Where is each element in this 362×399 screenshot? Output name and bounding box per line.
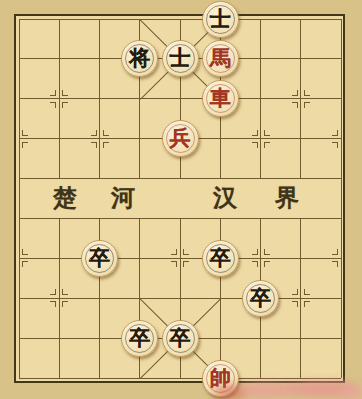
red-soldier-piece[interactable]: 兵: [162, 120, 199, 157]
xiangqi-board[interactable]: 楚 河 汉 界 士将士馬車兵卒卒卒卒卒帥: [0, 0, 362, 399]
red-general-piece[interactable]: 帥: [202, 360, 239, 397]
black-soldier-piece[interactable]: 卒: [121, 320, 158, 357]
black-advisor-piece[interactable]: 士: [202, 1, 239, 38]
black-soldier-piece[interactable]: 卒: [162, 320, 199, 357]
piece-glyph: 将: [129, 48, 150, 69]
black-advisor-piece[interactable]: 士: [162, 40, 199, 77]
black-soldier-piece[interactable]: 卒: [242, 280, 279, 317]
piece-glyph: 卒: [250, 288, 271, 309]
black-soldier-piece[interactable]: 卒: [202, 240, 239, 277]
piece-glyph: 兵: [170, 128, 191, 149]
piece-glyph: 卒: [89, 248, 110, 269]
piece-glyph: 士: [170, 48, 191, 69]
black-general-piece[interactable]: 将: [121, 40, 158, 77]
piece-glyph: 帥: [210, 368, 231, 389]
piece-glyph: 車: [210, 88, 231, 109]
piece-glyph: 馬: [210, 48, 231, 69]
piece-glyph: 士: [210, 9, 231, 30]
black-soldier-piece[interactable]: 卒: [81, 240, 118, 277]
red-horse-piece[interactable]: 馬: [202, 40, 239, 77]
red-chariot-piece[interactable]: 車: [202, 80, 239, 117]
piece-glyph: 卒: [170, 328, 191, 349]
piece-glyph: 卒: [129, 328, 150, 349]
piece-glyph: 卒: [210, 248, 231, 269]
pieces-layer: 士将士馬車兵卒卒卒卒卒帥: [0, 0, 362, 399]
